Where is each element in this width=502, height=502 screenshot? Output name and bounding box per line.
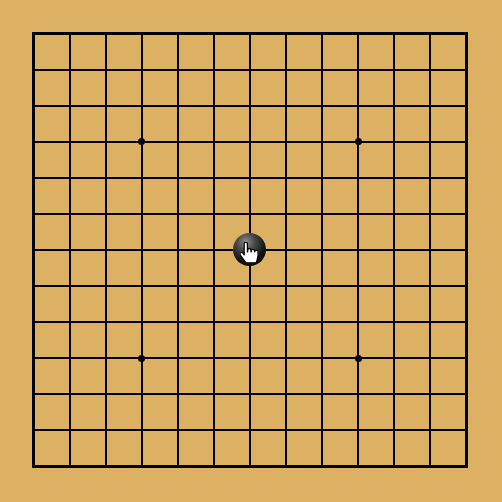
board-grid [32,32,468,468]
go-board[interactable] [0,0,502,502]
